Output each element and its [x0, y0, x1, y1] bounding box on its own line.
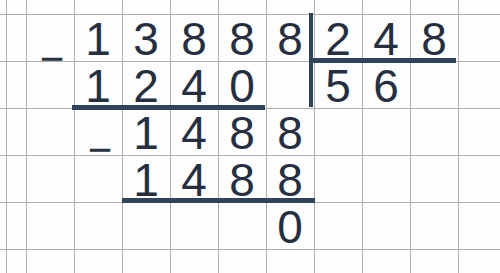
dividend-digit: 8: [218, 14, 266, 61]
dividend-digit: 1: [74, 14, 122, 61]
remainder1-digit: 4: [170, 108, 218, 155]
product1-digit: 1: [74, 61, 122, 108]
final-remainder-digit: 0: [266, 202, 314, 249]
product2-digit: 8: [266, 155, 314, 202]
divisor-digit: 4: [362, 14, 410, 61]
product2-digit: 1: [122, 155, 170, 202]
minus-sign-first-subtraction: −: [30, 37, 74, 81]
remainder1-digit: 8: [266, 108, 314, 155]
dividend-digit: 8: [266, 14, 314, 61]
quotient-digit: 6: [362, 61, 410, 108]
minus-sign-second-subtraction: −: [78, 128, 122, 172]
product2-digit: 8: [218, 155, 266, 202]
divisor-digit: 8: [410, 14, 458, 61]
quotient-digit: 5: [314, 61, 362, 108]
remainder1-digit: 8: [218, 108, 266, 155]
remainder1-digit: 1: [122, 108, 170, 155]
product1-digit: 2: [122, 61, 170, 108]
product1-digit: 4: [170, 61, 218, 108]
divisor-digit: 2: [314, 14, 362, 61]
product1-digit: 0: [218, 61, 266, 108]
product2-digit: 4: [170, 155, 218, 202]
dividend-digit: 3: [122, 14, 170, 61]
squared-paper-worksheet: − − 1 3 8 8 8 2 4 8 1 2 4 0 5 6 1 4 8 8 …: [0, 0, 500, 273]
dividend-digit: 8: [170, 14, 218, 61]
